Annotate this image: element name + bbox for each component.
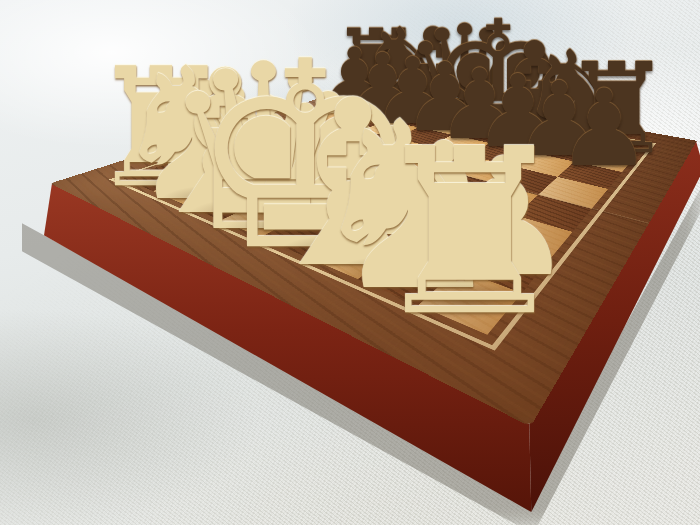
board-squares [124, 93, 645, 335]
chess-set-photo: ♜♞♝♛♚♝♞♜♟♟♟♟♟♟♟♟♟♟♟♟♟♟♟♟♜♞♝♛♚♝♞♜ [0, 0, 700, 525]
perspective-scene [0, 0, 700, 525]
chessboard [50, 83, 697, 427]
